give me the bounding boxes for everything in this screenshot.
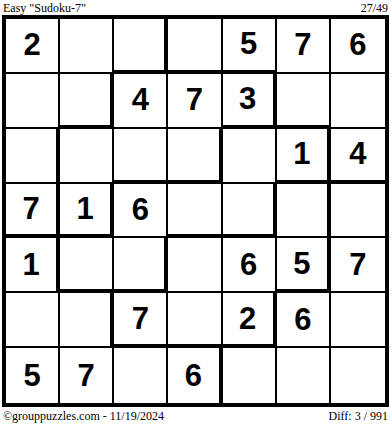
cell-r1c7[interactable]: 6 [331,19,385,74]
cell-r7c5[interactable] [223,348,277,403]
cell-r7c4[interactable]: 6 [168,348,222,403]
cell-r4c3[interactable]: 6 [114,184,168,239]
cell-r5c6[interactable]: 5 [277,238,331,293]
cell-r3c4[interactable] [168,129,222,184]
cell-r3c5[interactable] [223,129,277,184]
cell-r5c7[interactable]: 7 [331,238,385,293]
cell-r7c7[interactable] [331,348,385,403]
cell-r4c7[interactable] [331,184,385,239]
header: Easy "Sudoku-7" 27/49 [0,0,391,15]
copyright-text: ©grouppuzzles.com - 11/19/2024 [3,408,164,424]
cell-r6c2[interactable] [60,293,114,348]
cell-r2c7[interactable] [331,74,385,129]
cell-r6c7[interactable] [331,293,385,348]
cell-r1c6[interactable]: 7 [277,19,331,74]
cell-r3c2[interactable] [60,129,114,184]
cell-r5c2[interactable] [60,238,114,293]
cell-r1c2[interactable] [60,19,114,74]
cell-r2c4[interactable]: 7 [168,74,222,129]
cell-r4c6[interactable] [277,184,331,239]
cell-r4c4[interactable] [168,184,222,239]
cell-r1c1[interactable]: 2 [6,19,60,74]
cell-r7c1[interactable]: 5 [6,348,60,403]
puzzle-counter: 27/49 [361,1,388,15]
cell-r3c6[interactable]: 1 [277,129,331,184]
difficulty-label: Diff: 3 / 991 [329,408,388,424]
cell-r3c3[interactable] [114,129,168,184]
cell-r6c1[interactable] [6,293,60,348]
cell-r5c4[interactable] [168,238,222,293]
cell-r6c5[interactable]: 2 [223,293,277,348]
cell-r3c1[interactable] [6,129,60,184]
cell-r6c4[interactable] [168,293,222,348]
cell-r1c5[interactable]: 5 [223,19,277,74]
footer: ©grouppuzzles.com - 11/19/2024 Diff: 3 /… [0,407,391,425]
cell-r2c3[interactable]: 4 [114,74,168,129]
cell-r5c5[interactable]: 6 [223,238,277,293]
cell-r2c6[interactable] [277,74,331,129]
page-title: Easy "Sudoku-7" [3,1,86,15]
cell-r6c3[interactable]: 7 [114,293,168,348]
cell-r7c2[interactable]: 7 [60,348,114,403]
cell-r2c2[interactable] [60,74,114,129]
cell-r7c3[interactable] [114,348,168,403]
cell-r4c1[interactable]: 7 [6,184,60,239]
cell-r1c3[interactable] [114,19,168,74]
board: 2576473147161657726576 [2,15,389,407]
cell-r4c5[interactable] [223,184,277,239]
cell-r7c6[interactable] [277,348,331,403]
cell-r4c2[interactable]: 1 [60,184,114,239]
cell-r2c1[interactable] [6,74,60,129]
cell-r5c3[interactable] [114,238,168,293]
cell-r3c7[interactable]: 4 [331,129,385,184]
cell-r2c5[interactable]: 3 [223,74,277,129]
cell-r5c1[interactable]: 1 [6,238,60,293]
cell-r6c6[interactable]: 6 [277,293,331,348]
cell-r1c4[interactable] [168,19,222,74]
